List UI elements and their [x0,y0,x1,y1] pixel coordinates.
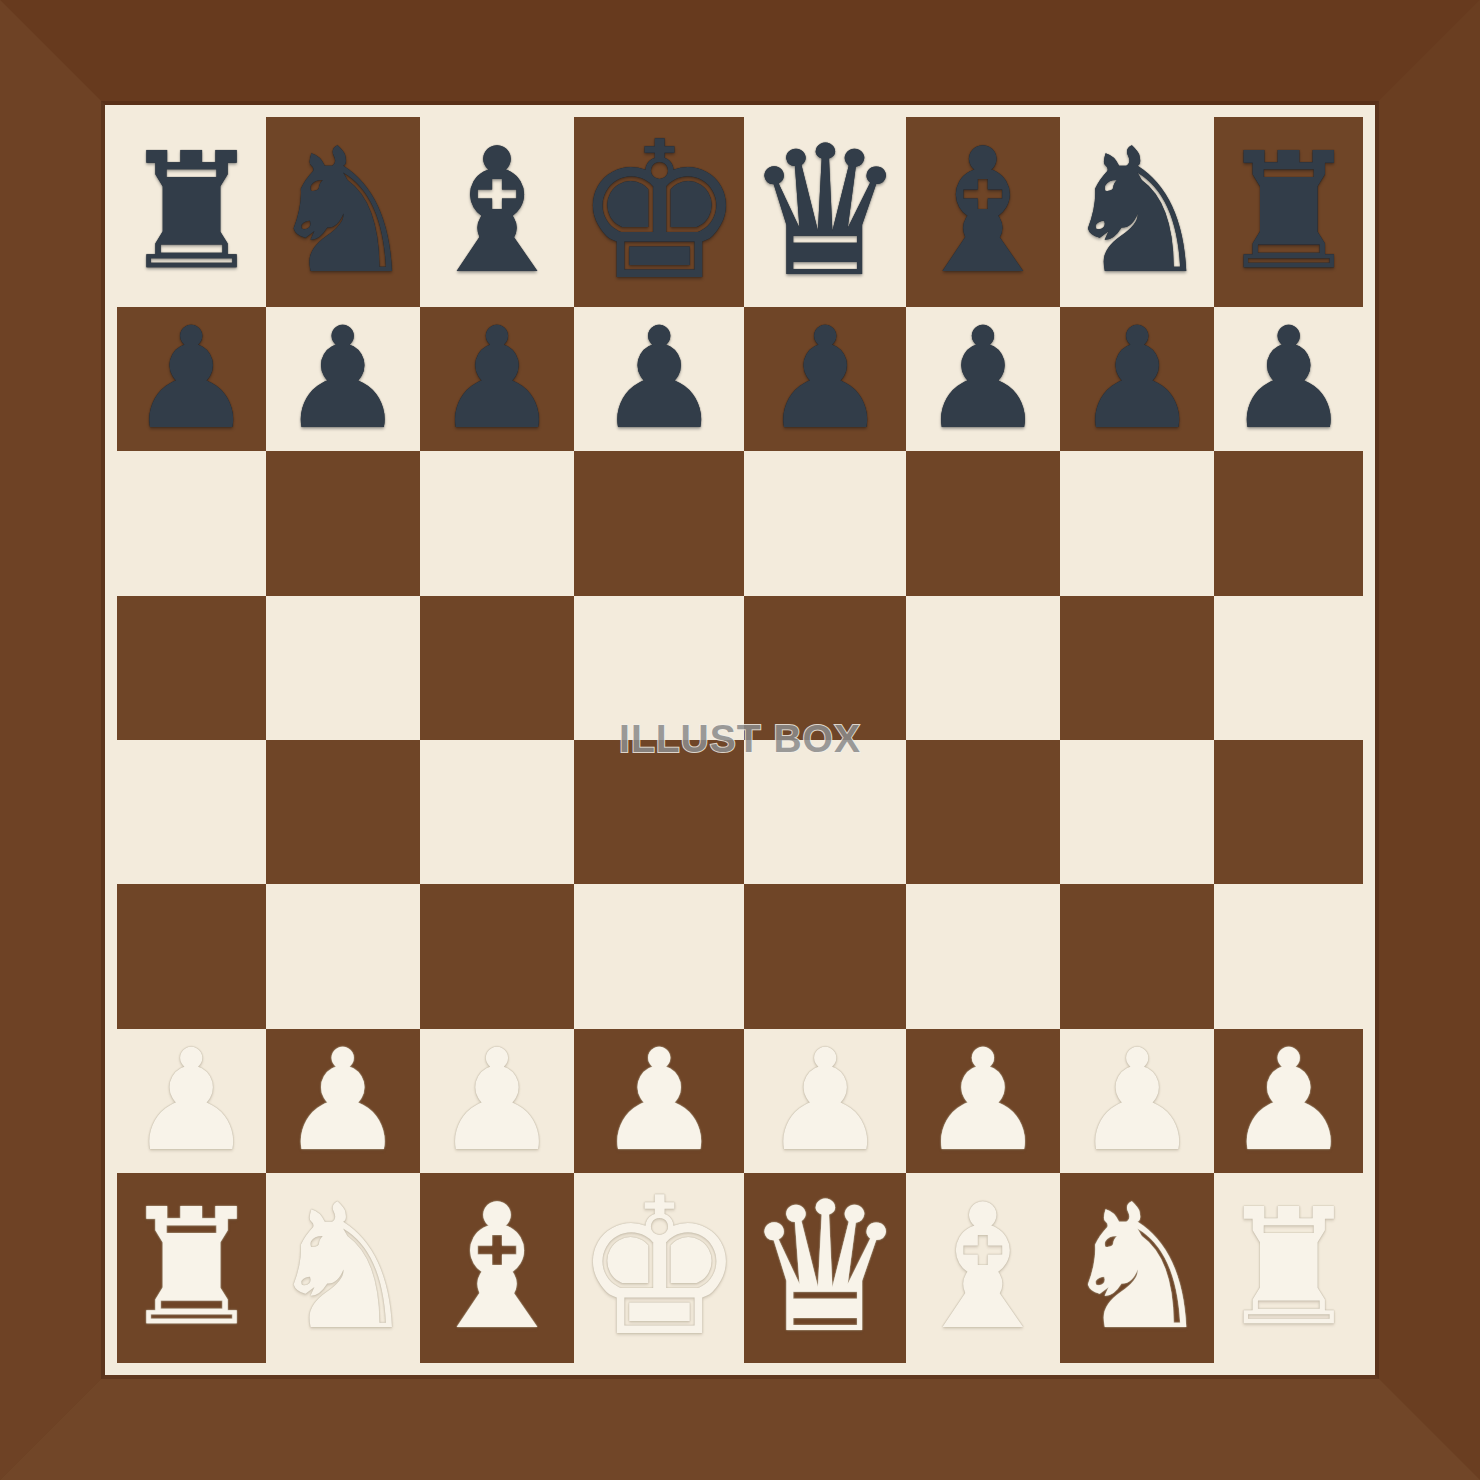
square-d1[interactable]: ♚ [574,1173,744,1363]
black-knight-icon[interactable]: ♞ [266,126,420,298]
watermark: ILLUST BOX [619,717,861,761]
square-b8[interactable]: ♞ [266,117,420,307]
square-h6[interactable] [1214,451,1363,595]
square-h7[interactable]: ♟ [1214,307,1363,451]
black-bishop-icon[interactable]: ♝ [420,126,574,298]
square-h1[interactable]: ♜ [1214,1173,1363,1363]
square-h2[interactable]: ♟ [1214,1029,1363,1173]
white-rook-icon[interactable]: ♜ [120,1188,263,1348]
square-c7[interactable]: ♟ [420,307,574,451]
square-d8[interactable]: ♚ [574,117,744,307]
square-e7[interactable]: ♟ [744,307,905,451]
square-d6[interactable] [574,451,744,595]
square-a8[interactable]: ♜ [117,117,266,307]
square-c5[interactable] [420,596,574,740]
black-pawn-icon[interactable]: ♟ [1074,309,1200,449]
square-f3[interactable] [906,884,1060,1028]
white-knight-icon[interactable]: ♞ [1060,1182,1214,1354]
square-h4[interactable] [1214,740,1363,884]
black-rook-icon[interactable]: ♜ [120,132,263,292]
square-d7[interactable]: ♟ [574,307,744,451]
square-b6[interactable] [266,451,420,595]
black-pawn-icon[interactable]: ♟ [280,309,406,449]
chess-board-scene: ♜♞♝♚♛♝♞♜♟♟♟♟♟♟♟♟♟♟♟♟♟♟♟♟♜♞♝♚♛♝♞♜ ILLUST … [0,0,1480,1480]
white-knight-icon[interactable]: ♞ [266,1182,420,1354]
white-bishop-icon[interactable]: ♝ [906,1182,1060,1354]
square-g7[interactable]: ♟ [1060,307,1214,451]
square-g5[interactable] [1060,596,1214,740]
square-e8[interactable]: ♛ [744,117,905,307]
white-pawn-icon[interactable]: ♟ [280,1031,406,1171]
black-pawn-icon[interactable]: ♟ [920,309,1046,449]
square-a7[interactable]: ♟ [117,307,266,451]
square-b1[interactable]: ♞ [266,1173,420,1363]
square-h5[interactable] [1214,596,1363,740]
square-a4[interactable] [117,740,266,884]
white-king-icon[interactable]: ♚ [574,1173,744,1363]
black-rook-icon[interactable]: ♜ [1217,132,1360,292]
square-b5[interactable] [266,596,420,740]
black-pawn-icon[interactable]: ♟ [597,309,723,449]
square-a6[interactable] [117,451,266,595]
white-pawn-icon[interactable]: ♟ [434,1031,560,1171]
white-queen-icon[interactable]: ♛ [744,1178,905,1358]
square-g2[interactable]: ♟ [1060,1029,1214,1173]
square-e4[interactable] [744,740,905,884]
black-pawn-icon[interactable]: ♟ [129,309,255,449]
square-g3[interactable] [1060,884,1214,1028]
white-pawn-icon[interactable]: ♟ [129,1031,255,1171]
square-c4[interactable] [420,740,574,884]
square-g1[interactable]: ♞ [1060,1173,1214,1363]
black-pawn-icon[interactable]: ♟ [762,309,888,449]
square-g8[interactable]: ♞ [1060,117,1214,307]
white-pawn-icon[interactable]: ♟ [762,1031,888,1171]
square-h3[interactable] [1214,884,1363,1028]
square-f4[interactable] [906,740,1060,884]
square-e6[interactable] [744,451,905,595]
black-queen-icon[interactable]: ♛ [744,122,905,302]
square-g6[interactable] [1060,451,1214,595]
square-b3[interactable] [266,884,420,1028]
square-d3[interactable] [574,884,744,1028]
square-f6[interactable] [906,451,1060,595]
square-c6[interactable] [420,451,574,595]
white-pawn-icon[interactable]: ♟ [597,1031,723,1171]
square-h8[interactable]: ♜ [1214,117,1363,307]
square-b7[interactable]: ♟ [266,307,420,451]
black-bishop-icon[interactable]: ♝ [906,126,1060,298]
square-c2[interactable]: ♟ [420,1029,574,1173]
square-g4[interactable] [1060,740,1214,884]
square-f8[interactable]: ♝ [906,117,1060,307]
white-pawn-icon[interactable]: ♟ [1074,1031,1200,1171]
white-rook-icon[interactable]: ♜ [1217,1188,1360,1348]
square-f7[interactable]: ♟ [906,307,1060,451]
square-c8[interactable]: ♝ [420,117,574,307]
white-pawn-icon[interactable]: ♟ [1226,1031,1352,1171]
square-d2[interactable]: ♟ [574,1029,744,1173]
black-king-icon[interactable]: ♚ [574,117,744,307]
square-d4[interactable] [574,740,744,884]
square-a3[interactable] [117,884,266,1028]
square-a1[interactable]: ♜ [117,1173,266,1363]
square-f5[interactable] [906,596,1060,740]
black-pawn-icon[interactable]: ♟ [434,309,560,449]
white-bishop-icon[interactable]: ♝ [420,1182,574,1354]
square-e2[interactable]: ♟ [744,1029,905,1173]
white-pawn-icon[interactable]: ♟ [920,1031,1046,1171]
black-knight-icon[interactable]: ♞ [1060,126,1214,298]
square-a2[interactable]: ♟ [117,1029,266,1173]
square-f1[interactable]: ♝ [906,1173,1060,1363]
square-b2[interactable]: ♟ [266,1029,420,1173]
square-a5[interactable] [117,596,266,740]
square-c1[interactable]: ♝ [420,1173,574,1363]
square-c3[interactable] [420,884,574,1028]
square-f2[interactable]: ♟ [906,1029,1060,1173]
square-e3[interactable] [744,884,905,1028]
black-pawn-icon[interactable]: ♟ [1226,309,1352,449]
square-e1[interactable]: ♛ [744,1173,905,1363]
square-b4[interactable] [266,740,420,884]
